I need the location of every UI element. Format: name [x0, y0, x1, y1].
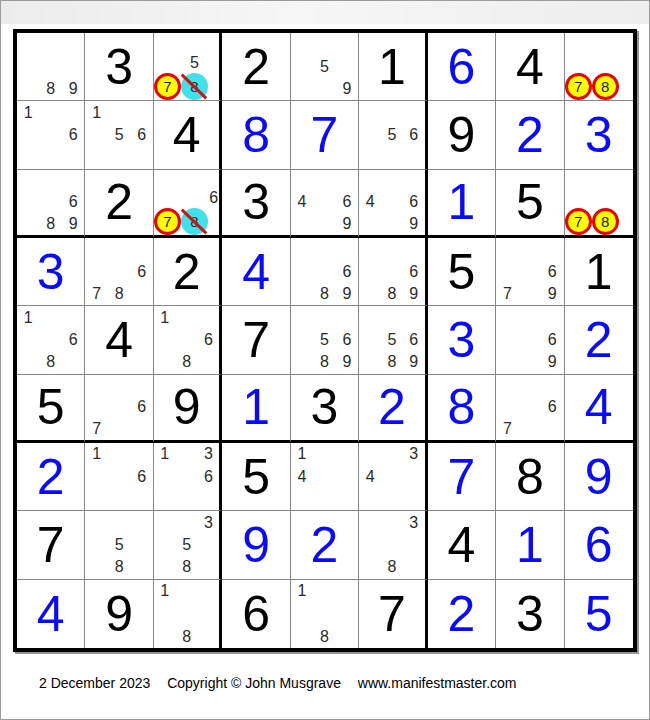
pencil-slot-empty [17, 170, 39, 192]
solved-digit: 6 [428, 33, 495, 100]
pencil-slot-empty [85, 511, 107, 533]
cell-r3c2[interactable]: 2 [85, 170, 153, 238]
pencil-slot-empty [62, 306, 84, 328]
cell-r3c6[interactable]: 469 [359, 170, 427, 238]
pencil-slot-empty [619, 170, 633, 189]
pencil-marks: 38 [359, 511, 424, 578]
pencil-mark-3: 3 [403, 511, 425, 533]
pencil-marks: 69 [496, 306, 563, 373]
pencil-slot-empty [198, 306, 220, 328]
pencil-marks: 18 [291, 580, 358, 648]
cell-r8c3[interactable]: 358 [154, 511, 222, 579]
pencil-mark-7: 7 [496, 283, 518, 305]
pencil-mark-6: 6 [130, 465, 152, 487]
cell-r9c8[interactable]: 3 [496, 580, 564, 648]
pencil-slot-empty [313, 580, 335, 603]
pencil-slot-empty [359, 306, 381, 328]
pencil-slot-empty [313, 170, 335, 192]
pencil-slot-empty [313, 488, 335, 510]
pencil-slot-empty [381, 101, 403, 123]
candidate-8-circled: 8 [592, 208, 619, 235]
pencil-slot-empty [108, 443, 130, 465]
pencil-slot-empty [130, 375, 152, 397]
pencil-mark-8: 8 [381, 283, 403, 305]
pencil-slot-empty [541, 375, 563, 397]
cell-r2c7[interactable]: 9 [428, 101, 496, 169]
pencil-slot-empty [85, 375, 107, 397]
cell-r8c4[interactable]: 9 [222, 511, 290, 579]
pencil-mark-4: 4 [359, 465, 381, 487]
cell-r5c6[interactable]: 5689 [359, 306, 427, 374]
pencil-mark-8: 8 [592, 208, 619, 235]
cell-r2c6[interactable]: 56 [359, 101, 427, 169]
pencil-mark-5: 5 [108, 124, 130, 146]
cell-r9c7[interactable]: 2 [428, 580, 496, 648]
pencil-mark-6: 6 [403, 191, 425, 213]
pencil-slot-empty [313, 260, 335, 282]
pencil-slot-empty [359, 283, 381, 305]
pencil-mark-1: 1 [154, 580, 176, 603]
cell-r6c1[interactable]: 5 [17, 375, 85, 443]
cell-r7c1[interactable]: 2 [17, 443, 85, 511]
sudoku-board: 8935782591647816156487569236892678346946… [13, 29, 637, 652]
pencil-mark-7: 7 [565, 73, 592, 100]
candidate-8-eliminated: 8 [181, 73, 208, 100]
pencil-slot-empty [496, 396, 518, 418]
given-digit: 9 [154, 375, 219, 440]
pencil-slot-empty [359, 170, 381, 192]
pencil-slot-empty [17, 78, 39, 100]
given-digit: 6 [222, 580, 289, 648]
pencil-marks: 16 [17, 101, 84, 168]
pencil-mark-9: 9 [403, 283, 425, 305]
pencil-slot-empty [336, 55, 358, 77]
cell-r6c5[interactable]: 3 [291, 375, 359, 443]
pencil-slot-empty [130, 418, 152, 440]
pencil-mark-5: 5 [381, 329, 403, 351]
pencil-slot-empty [39, 170, 61, 192]
pencil-slot-empty [108, 488, 130, 510]
cell-r6c3[interactable]: 9 [154, 375, 222, 443]
pencil-slot-empty [176, 511, 198, 533]
given-digit: 5 [222, 443, 289, 510]
pencil-mark-9: 9 [62, 213, 84, 235]
pencil-slot-empty [336, 33, 358, 55]
cell-r3c4[interactable]: 3 [222, 170, 290, 238]
pencil-slot-empty [336, 602, 358, 625]
cell-r7c5[interactable]: 14 [291, 443, 359, 511]
pencil-mark-6: 6 [336, 191, 358, 213]
cell-r1c8[interactable]: 4 [496, 33, 564, 101]
cell-r2c1[interactable]: 16 [17, 101, 85, 169]
pencil-slot-empty [130, 283, 152, 305]
pencil-mark-1: 1 [17, 101, 39, 123]
pencil-marks: 16 [85, 443, 152, 510]
pencil-marks: 67 [496, 375, 563, 440]
solved-digit: 2 [359, 375, 424, 440]
cell-r3c5[interactable]: 469 [291, 170, 359, 238]
pencil-slot-empty [108, 146, 130, 168]
given-digit: 3 [85, 33, 152, 100]
pencil-slot-empty [154, 602, 176, 625]
pencil-slot-empty [359, 329, 381, 351]
cell-r4c2[interactable]: 678 [85, 238, 153, 306]
solved-digit: 4 [565, 375, 633, 440]
pencil-slot-empty [313, 238, 335, 260]
cell-r2c4[interactable]: 8 [222, 101, 290, 169]
solved-digit: 1 [222, 375, 289, 440]
pencil-marks: 469 [291, 170, 358, 235]
cell-r4c1[interactable]: 3 [17, 238, 85, 306]
pencil-slot-empty [85, 396, 107, 418]
cell-r3c3[interactable]: 678 [154, 170, 222, 238]
pencil-slot-empty [359, 101, 381, 123]
pencil-slot-empty [154, 625, 176, 648]
cell-r6c8[interactable]: 67 [496, 375, 564, 443]
pencil-mark-8: 8 [176, 556, 198, 578]
solved-digit: 2 [291, 511, 358, 578]
pencil-slot-empty [291, 213, 313, 235]
cell-r1c3[interactable]: 578 [154, 33, 222, 101]
pencil-slot-empty [108, 238, 130, 260]
cell-r5c4[interactable]: 7 [222, 306, 290, 374]
pencil-slot-empty [198, 602, 220, 625]
cell-r9c4[interactable]: 6 [222, 580, 290, 648]
pencil-mark-8: 8 [39, 213, 61, 235]
pencil-slot-empty [336, 488, 358, 510]
pencil-slot-empty [291, 602, 313, 625]
pencil-mark-8: 8 [592, 73, 619, 100]
pencil-slot-empty [619, 33, 633, 53]
pencil-slot-empty [519, 396, 541, 418]
cell-r6c7[interactable]: 8 [428, 375, 496, 443]
pencil-marks: 689 [291, 238, 358, 305]
cell-r9c9[interactable]: 5 [565, 580, 633, 648]
pencil-mark-8: 8 [181, 73, 208, 100]
cell-r6c6[interactable]: 2 [359, 375, 427, 443]
pencil-slot-empty [176, 580, 198, 603]
pencil-slot-empty [176, 306, 198, 328]
pencil-mark-4: 4 [291, 465, 313, 487]
pencil-slot-empty [381, 488, 403, 510]
pencil-slot-empty [496, 260, 518, 282]
pencil-slot-empty [619, 189, 633, 208]
given-digit: 7 [222, 306, 289, 373]
pencil-slot-empty [565, 33, 592, 53]
solved-digit: 9 [565, 443, 633, 510]
pencil-slot-empty [130, 511, 152, 533]
pencil-mark-1: 1 [291, 580, 313, 603]
pencil-mark-7: 7 [496, 418, 518, 440]
pencil-slot-empty [359, 511, 381, 533]
cell-r7c9[interactable]: 9 [565, 443, 633, 511]
pencil-slot-empty [85, 488, 107, 510]
pencil-mark-6: 6 [336, 260, 358, 282]
solved-digit: 2 [428, 580, 495, 648]
cell-r6c2[interactable]: 67 [85, 375, 153, 443]
pencil-slot-empty [108, 101, 130, 123]
cell-r2c8[interactable]: 2 [496, 101, 564, 169]
cell-r8c8[interactable]: 1 [496, 511, 564, 579]
pencil-slot-empty [403, 556, 425, 578]
cell-r7c2[interactable]: 16 [85, 443, 153, 511]
cell-r5c2[interactable]: 4 [85, 306, 153, 374]
cell-r5c8[interactable]: 69 [496, 306, 564, 374]
pencil-slot-empty [39, 146, 61, 168]
pencil-slot-empty [519, 260, 541, 282]
pencil-slot-empty [619, 53, 633, 73]
pencil-slot-empty [291, 170, 313, 192]
pencil-slot-empty [291, 260, 313, 282]
pencil-marks: 14 [291, 443, 358, 510]
pencil-slot-empty [336, 238, 358, 260]
pencil-slot-empty [130, 488, 152, 510]
pencil-slot-empty [565, 189, 592, 208]
pencil-slot-empty [381, 146, 403, 168]
pencil-slot-empty [359, 213, 381, 235]
cell-r4c9[interactable]: 1 [565, 238, 633, 306]
cell-r8c2[interactable]: 58 [85, 511, 153, 579]
pencil-slot-empty [565, 170, 592, 189]
pencil-slot-empty [17, 33, 39, 55]
pencil-slot-empty [154, 351, 176, 373]
cell-r6c4[interactable]: 1 [222, 375, 290, 443]
pencil-mark-3: 3 [198, 511, 220, 533]
pencil-marks: 689 [359, 238, 424, 305]
pencil-mark-9: 9 [336, 78, 358, 100]
candidate-8-circled: 8 [592, 73, 619, 100]
pencil-mark-5: 5 [176, 534, 198, 556]
pencil-slot-empty [198, 556, 220, 578]
pencil-slot-empty [17, 351, 39, 373]
pencil-mark-5: 5 [381, 124, 403, 146]
cell-r9c3[interactable]: 18 [154, 580, 222, 648]
solved-digit: 4 [222, 238, 289, 305]
pencil-mark-6: 6 [62, 329, 84, 351]
pencil-slot-empty [17, 329, 39, 351]
cell-r5c7[interactable]: 3 [428, 306, 496, 374]
solved-digit: 1 [496, 511, 563, 578]
pencil-slot-empty [403, 534, 425, 556]
pencil-mark-8: 8 [313, 283, 335, 305]
cell-r1c7[interactable]: 6 [428, 33, 496, 101]
pencil-mark-6: 6 [62, 124, 84, 146]
pencil-slot-empty [154, 534, 176, 556]
cell-r4c8[interactable]: 679 [496, 238, 564, 306]
pencil-slot-empty [313, 191, 335, 213]
pencil-slot-empty [336, 170, 358, 192]
given-digit: 5 [496, 170, 563, 235]
pencil-slot-empty [336, 443, 358, 465]
pencil-slot-empty [592, 170, 619, 189]
pencil-slot-empty [108, 396, 130, 418]
pencil-mark-5: 5 [181, 53, 208, 73]
cell-r4c4[interactable]: 4 [222, 238, 290, 306]
cell-r6c9[interactable]: 4 [565, 375, 633, 443]
cell-r4c3[interactable]: 2 [154, 238, 222, 306]
pencil-slot-empty [359, 534, 381, 556]
candidate-8-eliminated: 8 [181, 208, 208, 235]
footer: 2 December 2023 Copyright © John Musgrav… [39, 675, 530, 691]
solved-digit: 9 [222, 511, 289, 578]
pencil-slot-empty [39, 329, 61, 351]
cell-r5c1[interactable]: 168 [17, 306, 85, 374]
pencil-slot-empty [381, 511, 403, 533]
cell-r9c1[interactable]: 4 [17, 580, 85, 648]
cell-r1c9[interactable]: 78 [565, 33, 633, 101]
pencil-mark-1: 1 [291, 443, 313, 465]
given-digit: 3 [291, 375, 358, 440]
pencil-marks: 136 [154, 443, 219, 510]
pencil-slot-empty [291, 238, 313, 260]
pencil-mark-4: 4 [291, 191, 313, 213]
pencil-slot-empty [336, 625, 358, 648]
solved-digit: 7 [291, 101, 358, 168]
cell-r7c8[interactable]: 8 [496, 443, 564, 511]
cell-r1c6[interactable]: 1 [359, 33, 427, 101]
pencil-mark-8: 8 [181, 208, 208, 235]
solved-digit: 2 [496, 101, 563, 168]
pencil-slot-empty [291, 78, 313, 100]
pencil-slot-empty [336, 580, 358, 603]
title-bar [1, 1, 649, 24]
cell-r8c7[interactable]: 4 [428, 511, 496, 579]
pencil-slot-empty [85, 124, 107, 146]
cell-r3c8[interactable]: 5 [496, 170, 564, 238]
pencil-marks: 469 [359, 170, 424, 235]
pencil-slot-empty [108, 375, 130, 397]
cell-r3c9[interactable]: 78 [565, 170, 633, 238]
solved-digit: 8 [428, 375, 495, 440]
cell-r7c4[interactable]: 5 [222, 443, 290, 511]
cell-r3c1[interactable]: 689 [17, 170, 85, 238]
cell-r2c2[interactable]: 156 [85, 101, 153, 169]
footer-website: www.manifestmaster.com [358, 675, 517, 691]
cell-r3c7[interactable]: 1 [428, 170, 496, 238]
pencil-mark-6: 6 [403, 329, 425, 351]
cell-r2c9[interactable]: 3 [565, 101, 633, 169]
pencil-slot-empty [208, 170, 219, 189]
pencil-slot-empty [39, 33, 61, 55]
cell-r4c5[interactable]: 689 [291, 238, 359, 306]
cell-r4c6[interactable]: 689 [359, 238, 427, 306]
pencil-slot-empty [130, 534, 152, 556]
pencil-marks: 168 [154, 306, 219, 373]
cell-r5c9[interactable]: 2 [565, 306, 633, 374]
given-digit: 9 [428, 101, 495, 168]
pencil-slot-empty [198, 625, 220, 648]
pencil-slot-empty [313, 78, 335, 100]
pencil-slot-empty [359, 556, 381, 578]
pencil-slot-empty [496, 238, 518, 260]
cell-r5c5[interactable]: 5689 [291, 306, 359, 374]
pencil-mark-6: 6 [541, 396, 563, 418]
pencil-slot-empty [359, 238, 381, 260]
cell-r5c3[interactable]: 168 [154, 306, 222, 374]
cell-r2c3[interactable]: 4 [154, 101, 222, 169]
pencil-mark-5: 5 [313, 55, 335, 77]
given-digit: 5 [17, 375, 84, 440]
pencil-mark-6: 6 [541, 260, 563, 282]
cell-r9c2[interactable]: 9 [85, 580, 153, 648]
pencil-marks: 578 [154, 33, 219, 100]
pencil-mark-8: 8 [39, 78, 61, 100]
pencil-mark-7: 7 [154, 208, 181, 235]
pencil-slot-empty [17, 146, 39, 168]
pencil-marks: 679 [496, 238, 563, 305]
solved-digit: 3 [428, 306, 495, 373]
pencil-marks: 59 [291, 33, 358, 100]
pencil-slot-empty [403, 101, 425, 123]
app-window: 8935782591647816156487569236892678346946… [0, 0, 650, 720]
solved-digit: 8 [222, 101, 289, 168]
pencil-slot-empty [198, 534, 220, 556]
pencil-slot-empty [496, 329, 518, 351]
pencil-slot-empty [130, 443, 152, 465]
pencil-slot-empty [359, 260, 381, 282]
pencil-slot-empty [17, 191, 39, 213]
cell-r8c9[interactable]: 6 [565, 511, 633, 579]
cell-r8c6[interactable]: 38 [359, 511, 427, 579]
pencil-marks: 168 [17, 306, 84, 373]
pencil-slot-empty [62, 33, 84, 55]
cell-r7c3[interactable]: 136 [154, 443, 222, 511]
pencil-slot-empty [619, 208, 633, 235]
cell-r1c2[interactable]: 3 [85, 33, 153, 101]
pencil-slot-empty [130, 556, 152, 578]
cell-r8c1[interactable]: 7 [17, 511, 85, 579]
pencil-mark-9: 9 [336, 283, 358, 305]
given-digit: 1 [359, 33, 424, 100]
pencil-marks: 67 [85, 375, 152, 440]
given-digit: 4 [496, 33, 563, 100]
cell-r1c4[interactable]: 2 [222, 33, 290, 101]
pencil-mark-6: 6 [198, 465, 220, 487]
cell-r7c6[interactable]: 34 [359, 443, 427, 511]
cell-r9c5[interactable]: 18 [291, 580, 359, 648]
cell-r4c7[interactable]: 5 [428, 238, 496, 306]
candidate-7-circled: 7 [565, 73, 592, 100]
pencil-mark-6: 6 [541, 329, 563, 351]
pencil-mark-1: 1 [85, 101, 107, 123]
cell-r1c5[interactable]: 59 [291, 33, 359, 101]
pencil-mark-6: 6 [336, 329, 358, 351]
pencil-slot-empty [519, 375, 541, 397]
footer-date: 2 December 2023 [39, 675, 150, 691]
pencil-mark-8: 8 [108, 283, 130, 305]
pencil-slot-empty [496, 306, 518, 328]
pencil-mark-6: 6 [198, 329, 220, 351]
pencil-mark-8: 8 [381, 351, 403, 373]
pencil-slot-empty [619, 73, 633, 100]
cell-r8c5[interactable]: 2 [291, 511, 359, 579]
pencil-marks: 678 [85, 238, 152, 305]
pencil-slot-empty [359, 124, 381, 146]
pencil-slot-empty [381, 191, 403, 213]
cell-r9c6[interactable]: 7 [359, 580, 427, 648]
cell-r1c1[interactable]: 89 [17, 33, 85, 101]
pencil-slot-empty [291, 283, 313, 305]
pencil-slot-empty [85, 260, 107, 282]
pencil-slot-empty [108, 465, 130, 487]
pencil-slot-empty [176, 329, 198, 351]
cell-r7c7[interactable]: 7 [428, 443, 496, 511]
solved-digit: 1 [428, 170, 495, 235]
pencil-mark-1: 1 [154, 443, 176, 465]
solved-digit: 2 [17, 443, 84, 510]
pencil-slot-empty [381, 170, 403, 192]
cell-r2c5[interactable]: 7 [291, 101, 359, 169]
